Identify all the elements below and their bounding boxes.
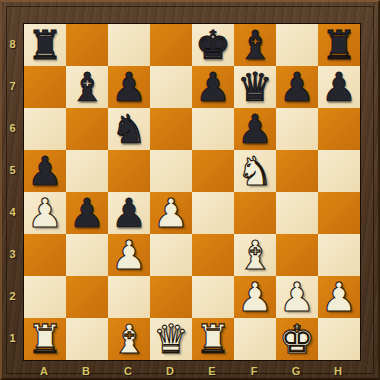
file-label-c: C — [107, 360, 149, 380]
file-label-h: H — [317, 360, 359, 380]
square-e5[interactable] — [192, 150, 234, 192]
square-h5[interactable] — [318, 150, 360, 192]
piece-black-rook: ♜ — [27, 24, 63, 66]
square-g8[interactable] — [276, 24, 318, 66]
square-e7[interactable]: ♟ — [192, 66, 234, 108]
piece-white-bishop: ♝ — [111, 318, 147, 360]
wooden-board-frame: 87654321 ♜♚♝♜♝♟♟♛♟♟♞♟♟♞♟♟♟♟♟♝♟♟♟♜♝♛♜♚ AB… — [0, 0, 380, 380]
rank-label-7: 7 — [2, 65, 23, 107]
piece-black-bishop: ♝ — [69, 66, 105, 108]
square-e4[interactable] — [192, 192, 234, 234]
piece-black-pawn: ♟ — [69, 192, 105, 234]
square-h2[interactable]: ♟ — [318, 276, 360, 318]
square-h4[interactable] — [318, 192, 360, 234]
rank-labels: 87654321 — [2, 23, 23, 359]
square-h7[interactable]: ♟ — [318, 66, 360, 108]
square-d5[interactable] — [150, 150, 192, 192]
square-h6[interactable] — [318, 108, 360, 150]
square-e8[interactable]: ♚ — [192, 24, 234, 66]
square-c3[interactable]: ♟ — [108, 234, 150, 276]
rank-label-8: 8 — [2, 23, 23, 65]
square-c2[interactable] — [108, 276, 150, 318]
square-f2[interactable]: ♟ — [234, 276, 276, 318]
piece-white-pawn: ♟ — [27, 192, 63, 234]
square-a4[interactable]: ♟ — [24, 192, 66, 234]
square-g7[interactable]: ♟ — [276, 66, 318, 108]
rank-label-3: 3 — [2, 233, 23, 275]
square-f7[interactable]: ♛ — [234, 66, 276, 108]
piece-white-pawn: ♟ — [279, 276, 315, 318]
piece-white-knight: ♞ — [237, 150, 273, 192]
square-c7[interactable]: ♟ — [108, 66, 150, 108]
square-e2[interactable] — [192, 276, 234, 318]
square-c8[interactable] — [108, 24, 150, 66]
square-e6[interactable] — [192, 108, 234, 150]
square-f4[interactable] — [234, 192, 276, 234]
square-e1[interactable]: ♜ — [192, 318, 234, 360]
square-h3[interactable] — [318, 234, 360, 276]
piece-white-pawn: ♟ — [111, 234, 147, 276]
square-a5[interactable]: ♟ — [24, 150, 66, 192]
chess-board: ♜♚♝♜♝♟♟♛♟♟♞♟♟♞♟♟♟♟♟♝♟♟♟♜♝♛♜♚ — [23, 23, 361, 361]
square-g4[interactable] — [276, 192, 318, 234]
rank-label-5: 5 — [2, 149, 23, 191]
rank-label-4: 4 — [2, 191, 23, 233]
square-b6[interactable] — [66, 108, 108, 150]
square-b7[interactable]: ♝ — [66, 66, 108, 108]
file-label-f: F — [233, 360, 275, 380]
square-f8[interactable]: ♝ — [234, 24, 276, 66]
piece-black-pawn: ♟ — [195, 66, 231, 108]
square-a7[interactable] — [24, 66, 66, 108]
piece-black-pawn: ♟ — [27, 150, 63, 192]
square-d2[interactable] — [150, 276, 192, 318]
square-g3[interactable] — [276, 234, 318, 276]
square-d4[interactable]: ♟ — [150, 192, 192, 234]
piece-white-king: ♚ — [279, 318, 315, 360]
square-a3[interactable] — [24, 234, 66, 276]
piece-white-pawn: ♟ — [237, 276, 273, 318]
square-g2[interactable]: ♟ — [276, 276, 318, 318]
square-b4[interactable]: ♟ — [66, 192, 108, 234]
rank-label-1: 1 — [2, 317, 23, 359]
square-a6[interactable] — [24, 108, 66, 150]
square-c6[interactable]: ♞ — [108, 108, 150, 150]
file-label-b: B — [65, 360, 107, 380]
square-f3[interactable]: ♝ — [234, 234, 276, 276]
square-b2[interactable] — [66, 276, 108, 318]
square-b1[interactable] — [66, 318, 108, 360]
square-c5[interactable] — [108, 150, 150, 192]
square-f1[interactable] — [234, 318, 276, 360]
file-label-e: E — [191, 360, 233, 380]
square-d1[interactable]: ♛ — [150, 318, 192, 360]
square-e3[interactable] — [192, 234, 234, 276]
square-g6[interactable] — [276, 108, 318, 150]
piece-black-pawn: ♟ — [237, 108, 273, 150]
square-d3[interactable] — [150, 234, 192, 276]
piece-black-king: ♚ — [195, 24, 231, 66]
file-label-g: G — [275, 360, 317, 380]
piece-black-rook: ♜ — [321, 24, 357, 66]
square-h1[interactable] — [318, 318, 360, 360]
square-d8[interactable] — [150, 24, 192, 66]
square-g5[interactable] — [276, 150, 318, 192]
file-labels: ABCDEFGH — [23, 360, 359, 380]
square-f6[interactable]: ♟ — [234, 108, 276, 150]
square-g1[interactable]: ♚ — [276, 318, 318, 360]
square-a1[interactable]: ♜ — [24, 318, 66, 360]
piece-black-pawn: ♟ — [111, 192, 147, 234]
piece-black-knight: ♞ — [111, 108, 147, 150]
square-f5[interactable]: ♞ — [234, 150, 276, 192]
piece-white-pawn: ♟ — [153, 192, 189, 234]
rank-label-6: 6 — [2, 107, 23, 149]
square-b5[interactable] — [66, 150, 108, 192]
piece-black-pawn: ♟ — [111, 66, 147, 108]
piece-black-pawn: ♟ — [321, 66, 357, 108]
piece-white-rook: ♜ — [195, 318, 231, 360]
square-d7[interactable] — [150, 66, 192, 108]
piece-white-pawn: ♟ — [321, 276, 357, 318]
file-label-a: A — [23, 360, 65, 380]
file-label-d: D — [149, 360, 191, 380]
piece-black-pawn: ♟ — [279, 66, 315, 108]
square-c4[interactable]: ♟ — [108, 192, 150, 234]
piece-black-queen: ♛ — [237, 66, 273, 108]
piece-white-bishop: ♝ — [237, 234, 273, 276]
square-b3[interactable] — [66, 234, 108, 276]
square-d6[interactable] — [150, 108, 192, 150]
square-a2[interactable] — [24, 276, 66, 318]
square-h8[interactable]: ♜ — [318, 24, 360, 66]
piece-black-bishop: ♝ — [237, 24, 273, 66]
square-a8[interactable]: ♜ — [24, 24, 66, 66]
square-b8[interactable] — [66, 24, 108, 66]
square-c1[interactable]: ♝ — [108, 318, 150, 360]
piece-white-rook: ♜ — [27, 318, 63, 360]
rank-label-2: 2 — [2, 275, 23, 317]
piece-white-queen: ♛ — [153, 318, 189, 360]
